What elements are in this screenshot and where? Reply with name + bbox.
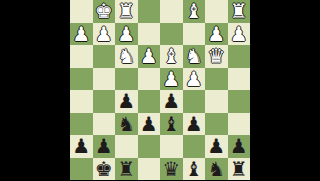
square-c4[interactable]: ♟ [183, 68, 206, 91]
square-f3[interactable]: ♞ [115, 45, 138, 68]
white-pawn[interactable]: ♟ [185, 68, 203, 91]
black-knight[interactable]: ♞ [117, 113, 135, 136]
square-b6[interactable] [205, 113, 228, 136]
square-e4[interactable] [138, 68, 161, 91]
square-g1[interactable]: ♚ [93, 0, 116, 23]
square-d1[interactable] [160, 0, 183, 23]
square-c3[interactable]: ♞ [183, 45, 206, 68]
square-c6[interactable]: ♟ [183, 113, 206, 136]
square-g4[interactable] [93, 68, 116, 91]
white-rook[interactable]: ♜ [230, 0, 248, 23]
square-g2[interactable]: ♟ [93, 23, 116, 46]
square-e1[interactable] [138, 0, 161, 23]
square-h1[interactable] [70, 0, 93, 23]
black-pawn[interactable]: ♟ [95, 135, 113, 158]
black-rook[interactable]: ♜ [117, 158, 135, 181]
black-pawn[interactable]: ♟ [72, 135, 90, 158]
square-d4[interactable]: ♟ [160, 68, 183, 91]
black-pawn[interactable]: ♟ [185, 113, 203, 136]
square-f6[interactable]: ♞ [115, 113, 138, 136]
square-c2[interactable] [183, 23, 206, 46]
square-b1[interactable] [205, 0, 228, 23]
square-b5[interactable] [205, 90, 228, 113]
square-a3[interactable] [228, 45, 251, 68]
square-e8[interactable] [138, 158, 161, 181]
square-g8[interactable]: ♚ [93, 158, 116, 181]
white-pawn[interactable]: ♟ [140, 45, 158, 68]
square-f4[interactable] [115, 68, 138, 91]
square-d5[interactable]: ♟ [160, 90, 183, 113]
square-g3[interactable] [93, 45, 116, 68]
white-knight[interactable]: ♞ [117, 45, 135, 68]
square-c7[interactable] [183, 135, 206, 158]
square-h3[interactable] [70, 45, 93, 68]
white-bishop[interactable]: ♝ [162, 45, 180, 68]
black-pawn[interactable]: ♟ [162, 90, 180, 113]
square-d7[interactable] [160, 135, 183, 158]
square-a7[interactable]: ♟ [228, 135, 251, 158]
black-pawn[interactable]: ♟ [207, 135, 225, 158]
square-h8[interactable] [70, 158, 93, 181]
chess-board: ♚♜♝♜♟♟♟♟♟♞♟♝♞♛♟♟♟♟♞♟♝♟♟♟♟♟♚♜♛♝♞♜ [70, 0, 250, 180]
square-a5[interactable] [228, 90, 251, 113]
letterbox-left [0, 0, 70, 180]
black-pawn[interactable]: ♟ [230, 135, 248, 158]
square-e6[interactable]: ♟ [138, 113, 161, 136]
square-e7[interactable] [138, 135, 161, 158]
game-screen: ♚♜♝♜♟♟♟♟♟♞♟♝♞♛♟♟♟♟♞♟♝♟♟♟♟♟♚♜♛♝♞♜ [0, 0, 320, 180]
square-d8[interactable]: ♛ [160, 158, 183, 181]
black-pawn[interactable]: ♟ [117, 90, 135, 113]
square-f8[interactable]: ♜ [115, 158, 138, 181]
square-e3[interactable]: ♟ [138, 45, 161, 68]
square-c8[interactable]: ♝ [183, 158, 206, 181]
white-pawn[interactable]: ♟ [230, 23, 248, 46]
square-d3[interactable]: ♝ [160, 45, 183, 68]
white-pawn[interactable]: ♟ [117, 23, 135, 46]
square-b3[interactable]: ♛ [205, 45, 228, 68]
square-h2[interactable]: ♟ [70, 23, 93, 46]
white-pawn[interactable]: ♟ [95, 23, 113, 46]
square-a1[interactable]: ♜ [228, 0, 251, 23]
square-b8[interactable]: ♞ [205, 158, 228, 181]
square-a8[interactable]: ♜ [228, 158, 251, 181]
square-g5[interactable] [93, 90, 116, 113]
square-g7[interactable]: ♟ [93, 135, 116, 158]
white-queen[interactable]: ♛ [207, 45, 225, 68]
white-pawn[interactable]: ♟ [72, 23, 90, 46]
square-f1[interactable]: ♜ [115, 0, 138, 23]
black-rook[interactable]: ♜ [230, 158, 248, 181]
square-h6[interactable] [70, 113, 93, 136]
white-pawn[interactable]: ♟ [162, 68, 180, 91]
letterbox-right [250, 0, 320, 180]
black-queen[interactable]: ♛ [162, 158, 180, 181]
white-rook[interactable]: ♜ [117, 0, 135, 23]
black-bishop[interactable]: ♝ [185, 158, 203, 181]
square-b7[interactable]: ♟ [205, 135, 228, 158]
white-knight[interactable]: ♞ [185, 45, 203, 68]
white-king[interactable]: ♚ [95, 0, 113, 23]
square-h5[interactable] [70, 90, 93, 113]
square-h4[interactable] [70, 68, 93, 91]
square-g6[interactable] [93, 113, 116, 136]
square-a6[interactable] [228, 113, 251, 136]
square-a4[interactable] [228, 68, 251, 91]
square-b4[interactable] [205, 68, 228, 91]
square-c1[interactable]: ♝ [183, 0, 206, 23]
square-a2[interactable]: ♟ [228, 23, 251, 46]
square-f2[interactable]: ♟ [115, 23, 138, 46]
square-d6[interactable]: ♝ [160, 113, 183, 136]
square-f5[interactable]: ♟ [115, 90, 138, 113]
black-bishop[interactable]: ♝ [162, 113, 180, 136]
white-bishop[interactable]: ♝ [185, 0, 203, 23]
black-knight[interactable]: ♞ [207, 158, 225, 181]
square-h7[interactable]: ♟ [70, 135, 93, 158]
white-pawn[interactable]: ♟ [207, 23, 225, 46]
square-b2[interactable]: ♟ [205, 23, 228, 46]
square-e5[interactable] [138, 90, 161, 113]
square-d2[interactable] [160, 23, 183, 46]
square-c5[interactable] [183, 90, 206, 113]
square-f7[interactable] [115, 135, 138, 158]
square-e2[interactable] [138, 23, 161, 46]
black-pawn[interactable]: ♟ [140, 113, 158, 136]
black-king[interactable]: ♚ [95, 158, 113, 181]
